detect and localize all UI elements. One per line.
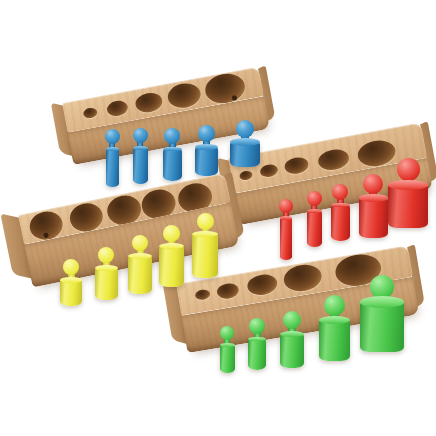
red-block-hole-2 xyxy=(259,163,279,178)
blue-cylinder-5-knob xyxy=(236,120,254,138)
yellow-cylinder-2 xyxy=(94,247,119,300)
yellow-cylinder-3-body xyxy=(128,256,152,294)
yellow-cylinder-2-body xyxy=(95,268,118,300)
red-cylinder-2-body xyxy=(307,211,322,247)
red-cylinder-4-body xyxy=(359,198,388,238)
yellow-cylinder-5-knob xyxy=(197,213,214,230)
yellow-cylinder-4 xyxy=(158,225,185,287)
red-cylinder-4 xyxy=(358,174,389,238)
blue-cylinder-2-knob xyxy=(133,128,148,143)
blue-cylinder-3-knob xyxy=(164,128,180,144)
blue-block-hole-4 xyxy=(165,81,202,111)
red-cylinder-5 xyxy=(387,158,429,228)
red-cylinder-3-body xyxy=(331,205,350,241)
green-cylinder-2 xyxy=(247,318,267,370)
blue-cylinder-4-knob xyxy=(198,125,215,142)
yellow-block-pinhole xyxy=(43,232,49,238)
blue-cylinder-5-top-face xyxy=(230,138,260,146)
green-cylinder-5-top-face xyxy=(360,296,404,307)
red-cylinder-1-top-face xyxy=(280,216,292,220)
red-cylinder-2-knob xyxy=(307,191,322,206)
green-cylinder-3-top-face xyxy=(280,331,304,337)
blue-cylinder-3-body xyxy=(163,149,182,181)
green-cylinder-1 xyxy=(219,326,236,373)
yellow-cylinder-5 xyxy=(191,213,219,278)
red-cylinder-4-knob xyxy=(363,174,383,194)
yellow-cylinder-3 xyxy=(127,235,153,294)
red-cylinder-5-top-face xyxy=(388,180,428,190)
red-cylinder-3 xyxy=(330,184,351,241)
green-cylinder-3 xyxy=(279,311,305,368)
green-cylinder-5 xyxy=(359,275,405,352)
blue-block-hole-1 xyxy=(83,107,99,119)
red-cylinder-2 xyxy=(306,191,323,247)
product-photo-montessori-cylinder-blocks: Montessori knobbed cylinder blocks — fou… xyxy=(0,0,436,436)
green-cylinder-5-body xyxy=(360,302,404,352)
green-cylinder-4-top-face xyxy=(319,316,350,324)
yellow-cylinder-2-top-face xyxy=(95,265,118,271)
green-cylinder-3-body xyxy=(280,334,304,368)
green-cylinder-2-body xyxy=(248,339,266,370)
red-cylinder-1-knob xyxy=(279,199,293,213)
blue-cylinder-2-body xyxy=(133,148,148,184)
green-cylinder-4-knob xyxy=(324,295,345,316)
green-block-hole-1 xyxy=(194,289,210,301)
green-block-hole-4 xyxy=(282,262,324,294)
red-cylinder-5-knob xyxy=(397,158,420,181)
blue-cylinder-4-body xyxy=(195,147,218,176)
red-block-hole-4 xyxy=(316,147,350,172)
blue-cylinder-3 xyxy=(162,128,183,181)
yellow-cylinder-1-knob xyxy=(63,259,79,275)
red-cylinder-1 xyxy=(278,199,294,260)
blue-block-hole-2 xyxy=(105,99,128,118)
yellow-cylinder-4-knob xyxy=(163,225,180,242)
red-cylinder-2-top-face xyxy=(307,209,322,213)
green-cylinder-1-body xyxy=(220,345,235,373)
yellow-cylinder-2-knob xyxy=(98,247,114,263)
green-cylinder-5-knob xyxy=(370,275,394,299)
yellow-cylinder-1 xyxy=(59,259,83,306)
blue-cylinder-5 xyxy=(229,120,261,167)
blue-cylinder-2-top-face xyxy=(133,146,148,150)
yellow-cylinder-3-knob xyxy=(132,235,148,251)
blue-cylinder-1-body xyxy=(106,149,119,187)
blue-cylinder-4 xyxy=(194,125,219,176)
blue-cylinder-4-top-face xyxy=(195,144,218,150)
yellow-cylinder-3-top-face xyxy=(128,253,152,259)
green-cylinder-2-knob xyxy=(249,318,265,334)
yellow-cylinder-4-top-face xyxy=(159,243,184,250)
red-cylinder-3-knob xyxy=(332,184,348,200)
green-block-hole-2 xyxy=(216,281,240,299)
blue-cylinder-1-top-face xyxy=(106,147,119,151)
green-cylinder-4-body xyxy=(319,320,350,361)
red-block-hole-3 xyxy=(283,156,310,176)
yellow-cylinder-5-body xyxy=(192,234,218,278)
blue-cylinder-1-knob xyxy=(105,129,120,144)
blue-block-pinhole xyxy=(231,95,237,101)
blue-block-hole-3 xyxy=(133,90,163,114)
blue-cylinder-2 xyxy=(132,128,149,184)
red-cylinder-5-body xyxy=(388,185,428,228)
green-cylinder-4 xyxy=(318,295,351,361)
green-block-hole-3 xyxy=(246,272,279,297)
yellow-cylinder-4-body xyxy=(159,246,184,287)
yellow-cylinder-1-body xyxy=(60,280,82,306)
yellow-cylinder-1-top-face xyxy=(60,277,82,283)
green-cylinder-1-knob xyxy=(220,326,234,340)
red-cylinder-4-top-face xyxy=(359,194,388,202)
red-cylinder-1-body xyxy=(280,218,292,260)
red-block-hole-1 xyxy=(238,170,252,181)
green-cylinder-3-knob xyxy=(283,311,301,329)
green-cylinder-1-top-face xyxy=(220,343,235,347)
blue-cylinder-1 xyxy=(104,129,121,187)
